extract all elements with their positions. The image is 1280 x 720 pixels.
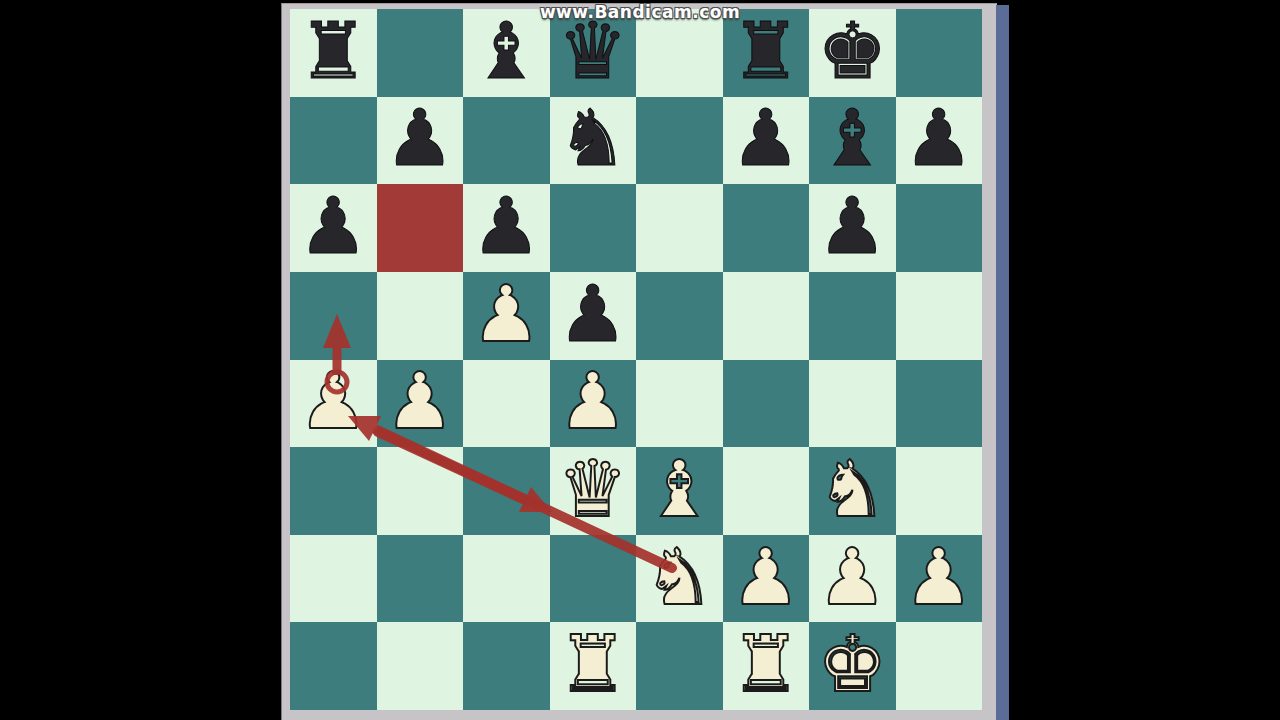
square-d2[interactable] — [550, 535, 637, 623]
square-c2[interactable] — [463, 535, 550, 623]
square-h4[interactable] — [896, 360, 983, 448]
square-d6[interactable] — [550, 184, 637, 272]
square-b2[interactable] — [377, 535, 464, 623]
square-h7[interactable]: ♟ — [896, 97, 983, 185]
piece-black-queen[interactable]: ♛ — [558, 12, 628, 90]
square-b3[interactable] — [377, 447, 464, 535]
piece-black-pawn[interactable]: ♟ — [731, 99, 801, 177]
piece-black-pawn[interactable]: ♟ — [471, 187, 541, 265]
square-a6[interactable]: ♟ — [290, 184, 377, 272]
square-d5[interactable]: ♟ — [550, 272, 637, 360]
square-a1[interactable] — [290, 622, 377, 710]
square-c6[interactable]: ♟ — [463, 184, 550, 272]
piece-white-pawn[interactable]: ♟ — [298, 362, 368, 440]
square-f7[interactable]: ♟ — [723, 97, 810, 185]
square-b6[interactable] — [377, 184, 464, 272]
square-g3[interactable]: ♞ — [809, 447, 896, 535]
piece-white-pawn[interactable]: ♟ — [817, 538, 887, 616]
square-c4[interactable] — [463, 360, 550, 448]
square-f5[interactable] — [723, 272, 810, 360]
square-g4[interactable] — [809, 360, 896, 448]
square-e4[interactable] — [636, 360, 723, 448]
square-a3[interactable] — [290, 447, 377, 535]
square-d1[interactable]: ♜ — [550, 622, 637, 710]
piece-white-pawn[interactable]: ♟ — [904, 538, 974, 616]
piece-black-pawn[interactable]: ♟ — [385, 99, 455, 177]
square-b7[interactable]: ♟ — [377, 97, 464, 185]
piece-black-pawn[interactable]: ♟ — [298, 187, 368, 265]
square-f2[interactable]: ♟ — [723, 535, 810, 623]
square-b1[interactable] — [377, 622, 464, 710]
chess-board: ♜♝♛♜♚♟♞♟♝♟♟♟♟♟♟♟♟♟♛♝♞♞♟♟♟♜♜♚ — [290, 9, 982, 710]
square-f4[interactable] — [723, 360, 810, 448]
square-b5[interactable] — [377, 272, 464, 360]
piece-white-bishop[interactable]: ♝ — [644, 450, 714, 528]
square-e8[interactable] — [636, 9, 723, 97]
square-a8[interactable]: ♜ — [290, 9, 377, 97]
square-g2[interactable]: ♟ — [809, 535, 896, 623]
piece-white-rook[interactable]: ♜ — [558, 625, 628, 703]
square-c8[interactable]: ♝ — [463, 9, 550, 97]
square-b4[interactable]: ♟ — [377, 360, 464, 448]
square-h8[interactable] — [896, 9, 983, 97]
piece-white-pawn[interactable]: ♟ — [385, 362, 455, 440]
square-h3[interactable] — [896, 447, 983, 535]
square-a2[interactable] — [290, 535, 377, 623]
piece-white-pawn[interactable]: ♟ — [558, 362, 628, 440]
square-a5[interactable] — [290, 272, 377, 360]
piece-white-knight[interactable]: ♞ — [817, 450, 887, 528]
piece-black-pawn[interactable]: ♟ — [558, 275, 628, 353]
piece-white-knight[interactable]: ♞ — [644, 538, 714, 616]
square-d7[interactable]: ♞ — [550, 97, 637, 185]
piece-black-pawn[interactable]: ♟ — [817, 187, 887, 265]
square-d8[interactable]: ♛ — [550, 9, 637, 97]
piece-black-king[interactable]: ♚ — [817, 12, 887, 90]
piece-black-rook[interactable]: ♜ — [731, 12, 801, 90]
square-f1[interactable]: ♜ — [723, 622, 810, 710]
piece-white-queen[interactable]: ♛ — [558, 450, 628, 528]
piece-white-rook[interactable]: ♜ — [731, 625, 801, 703]
square-g7[interactable]: ♝ — [809, 97, 896, 185]
square-e2[interactable]: ♞ — [636, 535, 723, 623]
piece-white-pawn[interactable]: ♟ — [731, 538, 801, 616]
square-h5[interactable] — [896, 272, 983, 360]
square-f3[interactable] — [723, 447, 810, 535]
square-d3[interactable]: ♛ — [550, 447, 637, 535]
square-e1[interactable] — [636, 622, 723, 710]
screen: ♜♝♛♜♚♟♞♟♝♟♟♟♟♟♟♟♟♟♛♝♞♞♟♟♟♜♜♚ www.Bandica… — [0, 0, 1280, 720]
square-h6[interactable] — [896, 184, 983, 272]
square-a4[interactable]: ♟ — [290, 360, 377, 448]
square-b8[interactable] — [377, 9, 464, 97]
square-g1[interactable]: ♚ — [809, 622, 896, 710]
piece-white-pawn[interactable]: ♟ — [471, 275, 541, 353]
piece-white-king[interactable]: ♚ — [817, 625, 887, 703]
square-e3[interactable]: ♝ — [636, 447, 723, 535]
piece-black-bishop[interactable]: ♝ — [817, 99, 887, 177]
square-h1[interactable] — [896, 622, 983, 710]
square-e5[interactable] — [636, 272, 723, 360]
square-c5[interactable]: ♟ — [463, 272, 550, 360]
square-a7[interactable] — [290, 97, 377, 185]
square-f6[interactable] — [723, 184, 810, 272]
square-e7[interactable] — [636, 97, 723, 185]
window-edge-strip — [996, 5, 1009, 720]
square-f8[interactable]: ♜ — [723, 9, 810, 97]
square-g6[interactable]: ♟ — [809, 184, 896, 272]
square-e6[interactable] — [636, 184, 723, 272]
bandicam-watermark: www.Bandicam.com — [0, 2, 1280, 22]
piece-black-rook[interactable]: ♜ — [298, 12, 368, 90]
piece-black-bishop[interactable]: ♝ — [471, 12, 541, 90]
square-g8[interactable]: ♚ — [809, 9, 896, 97]
square-h2[interactable]: ♟ — [896, 535, 983, 623]
square-d4[interactable]: ♟ — [550, 360, 637, 448]
piece-black-pawn[interactable]: ♟ — [904, 99, 974, 177]
square-c1[interactable] — [463, 622, 550, 710]
square-g5[interactable] — [809, 272, 896, 360]
square-c7[interactable] — [463, 97, 550, 185]
piece-black-knight[interactable]: ♞ — [558, 99, 628, 177]
square-c3[interactable] — [463, 447, 550, 535]
